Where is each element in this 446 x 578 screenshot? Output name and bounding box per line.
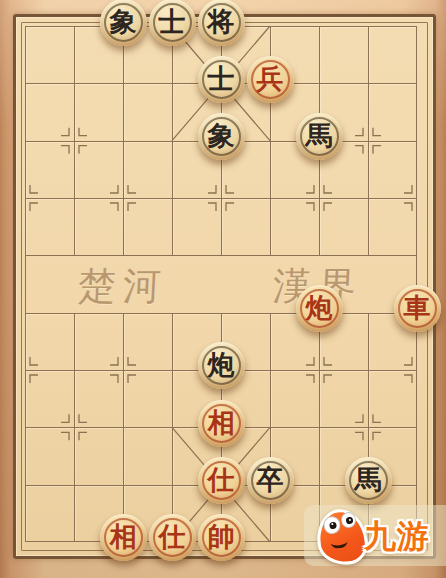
board-cell[interactable] xyxy=(123,313,172,370)
board-cell[interactable] xyxy=(319,198,368,255)
piece-character: 仕 xyxy=(159,523,186,550)
piece-character: 相 xyxy=(208,409,235,436)
board-cell[interactable] xyxy=(25,427,74,484)
board-cell[interactable] xyxy=(123,83,172,140)
piece-character: 炮 xyxy=(306,294,333,321)
xiangqi-piece-red-4-7[interactable]: 相 xyxy=(198,400,245,447)
piece-character: 馬 xyxy=(306,122,333,149)
mascot-right-eye-icon xyxy=(340,511,357,529)
river-label-left: 楚河 xyxy=(77,267,169,305)
xiangqi-piece-black-7-8[interactable]: 馬 xyxy=(345,457,392,504)
board-cell[interactable] xyxy=(172,255,221,312)
piece-character: 士 xyxy=(208,65,235,92)
board-cell[interactable] xyxy=(221,198,270,255)
board-cell[interactable] xyxy=(123,427,172,484)
board-cell[interactable] xyxy=(25,198,74,255)
xiangqi-piece-red-2-9[interactable]: 相 xyxy=(100,514,147,561)
piece-character: 車 xyxy=(404,294,431,321)
xiangqi-piece-black-2-0[interactable]: 象 xyxy=(100,0,147,46)
piece-character: 馬 xyxy=(355,466,382,493)
piece-character: 象 xyxy=(110,8,137,35)
board-cell[interactable] xyxy=(74,427,123,484)
board-cell[interactable] xyxy=(123,141,172,198)
board-cell[interactable] xyxy=(270,370,319,427)
board-cell[interactable] xyxy=(25,26,74,83)
piece-character: 炮 xyxy=(208,351,235,378)
piece-character: 相 xyxy=(110,523,137,550)
board-cell[interactable] xyxy=(221,255,270,312)
board-cell[interactable] xyxy=(123,370,172,427)
xiangqi-piece-black-4-0[interactable]: 将 xyxy=(198,0,245,46)
piece-character: 象 xyxy=(208,122,235,149)
piece-character: 卒 xyxy=(257,466,284,493)
board-cell[interactable] xyxy=(368,141,417,198)
xiangqi-piece-black-4-2[interactable]: 象 xyxy=(198,113,245,160)
xiangqi-piece-red-4-9[interactable]: 帥 xyxy=(198,514,245,561)
piece-character: 兵 xyxy=(257,65,284,92)
board-cell[interactable] xyxy=(74,313,123,370)
board-cell[interactable] xyxy=(74,370,123,427)
board-cell[interactable] xyxy=(74,198,123,255)
board-cell[interactable] xyxy=(74,83,123,140)
piece-character: 帥 xyxy=(208,523,235,550)
piece-character: 士 xyxy=(159,8,186,35)
xiangqi-piece-red-3-9[interactable]: 仕 xyxy=(149,514,196,561)
xiangqi-piece-black-5-8[interactable]: 卒 xyxy=(247,457,294,504)
xiangqi-piece-black-4-1[interactable]: 士 xyxy=(198,56,245,103)
xiangqi-board-screen: 楚河 漢界 象士将士兵象馬炮車炮相仕卒馬相仕帥 九游 xyxy=(0,0,446,578)
board-cell[interactable] xyxy=(270,198,319,255)
board-cell[interactable] xyxy=(25,485,74,542)
board-cell[interactable] xyxy=(25,370,74,427)
xiangqi-piece-red-5-1[interactable]: 兵 xyxy=(247,56,294,103)
piece-character: 仕 xyxy=(208,466,235,493)
mascot-smile-icon xyxy=(330,534,348,549)
mascot-left-eye-icon xyxy=(322,515,341,535)
xiangqi-piece-black-4-6[interactable]: 炮 xyxy=(198,342,245,389)
xiangqi-piece-black-3-0[interactable]: 士 xyxy=(149,0,196,46)
board-cell[interactable] xyxy=(74,141,123,198)
board-cell[interactable] xyxy=(368,83,417,140)
board-cell[interactable] xyxy=(368,370,417,427)
xiangqi-piece-black-6-2[interactable]: 馬 xyxy=(296,113,343,160)
board-cell[interactable] xyxy=(368,198,417,255)
xiangqi-piece-red-4-8[interactable]: 仕 xyxy=(198,457,245,504)
xiangqi-piece-red-8-5[interactable]: 車 xyxy=(394,285,441,332)
board-cell[interactable] xyxy=(319,370,368,427)
board-cell[interactable] xyxy=(25,83,74,140)
board-cell[interactable] xyxy=(25,141,74,198)
board-cell[interactable] xyxy=(25,255,74,312)
board-cell[interactable] xyxy=(368,26,417,83)
board-cell[interactable] xyxy=(172,198,221,255)
board-cell[interactable] xyxy=(123,198,172,255)
jiuyou-logo-text: 九游 xyxy=(364,520,430,552)
board-cell[interactable] xyxy=(319,26,368,83)
piece-character: 将 xyxy=(208,8,235,35)
board-cell[interactable] xyxy=(25,313,74,370)
xiangqi-piece-red-6-5[interactable]: 炮 xyxy=(296,285,343,332)
